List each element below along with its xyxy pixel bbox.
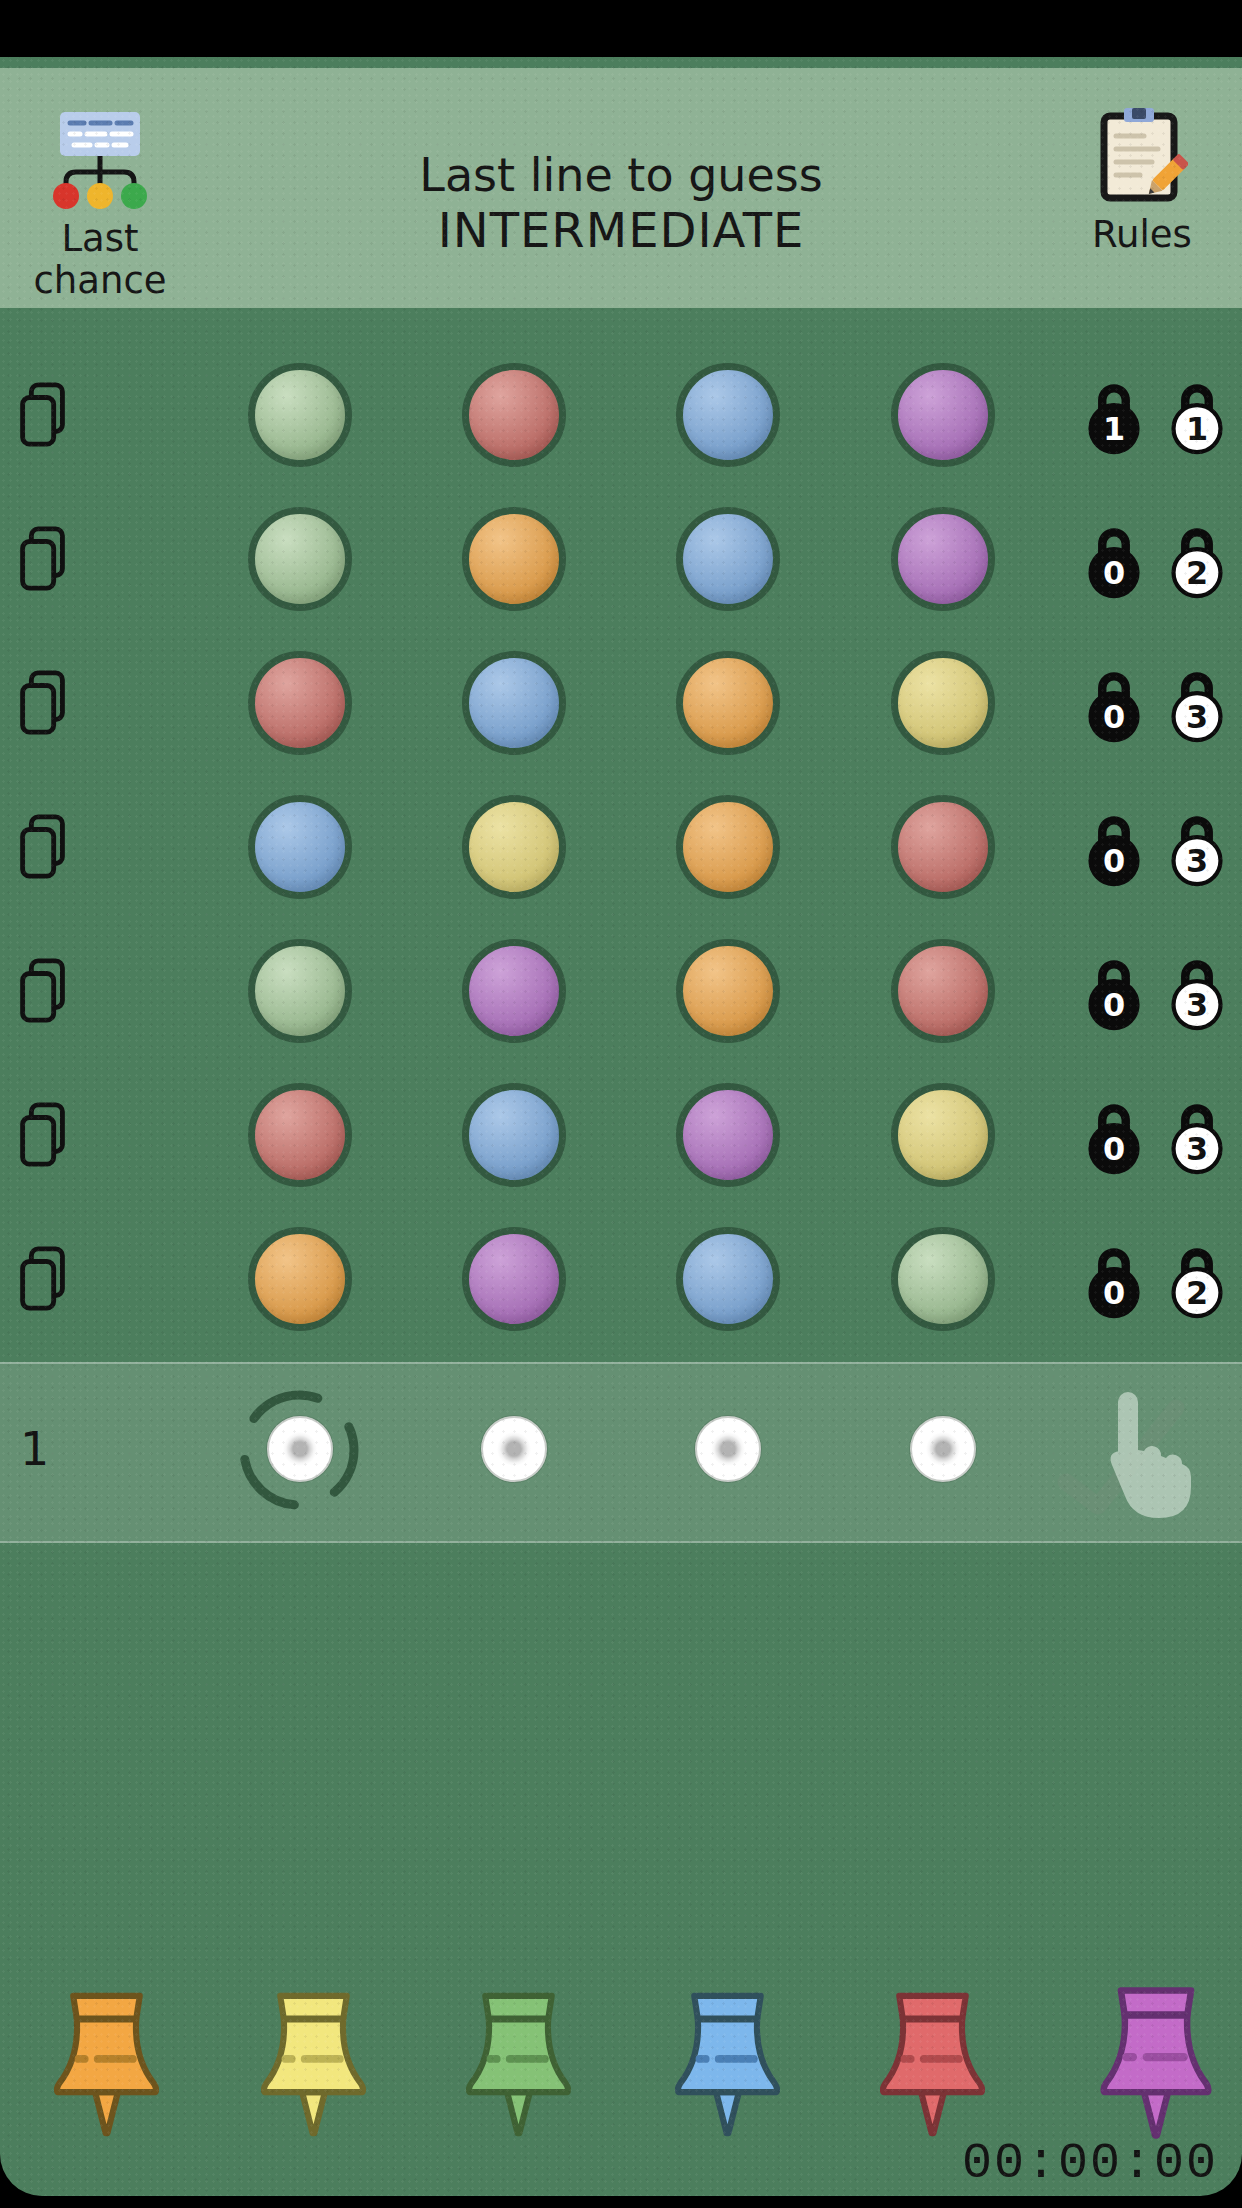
copy-row-button[interactable] [17, 382, 69, 448]
code-peg-yellow [891, 651, 995, 755]
copy-row-button[interactable] [17, 526, 69, 592]
guess-history-board: 1 1 0 2 0 3 [0, 343, 1242, 1351]
exact-count-lock: 0 [1088, 521, 1140, 599]
code-peg-yellow [891, 1083, 995, 1187]
code-peg-green [248, 939, 352, 1043]
code-peg-red [248, 1083, 352, 1187]
palette-pin-yellow[interactable] [261, 1990, 366, 2144]
code-peg-purple [462, 1227, 566, 1331]
title-line1: Last line to guess [200, 148, 1042, 202]
rules-label: Rules [1042, 214, 1242, 256]
palette-pin-green[interactable] [466, 1990, 571, 2144]
svg-text:3: 3 [1186, 986, 1208, 1024]
header: Last chance Last line to guess INTERMEDI… [0, 68, 1242, 308]
last-chance-button[interactable]: Last chance [0, 68, 200, 302]
copy-row-button[interactable] [17, 1246, 69, 1312]
guess-row-7: 0 2 [0, 1207, 1242, 1351]
title-line2: INTERMEDIATE [200, 202, 1042, 258]
code-peg-orange [462, 507, 566, 611]
svg-text:0: 0 [1103, 1274, 1125, 1312]
svg-text:0: 0 [1103, 698, 1125, 736]
game-timer: 00:00:00 [962, 2135, 1218, 2192]
exact-count-lock: 0 [1088, 665, 1140, 743]
exact-count-lock: 0 [1088, 1097, 1140, 1175]
code-peg-blue [676, 507, 780, 611]
svg-text:3: 3 [1186, 842, 1208, 880]
last-chance-tree-icon [50, 106, 150, 210]
svg-text:0: 0 [1103, 842, 1125, 880]
palette-pin-blue[interactable] [675, 1990, 780, 2144]
misplaced-count-lock: 3 [1171, 809, 1223, 887]
svg-text:0: 0 [1103, 554, 1125, 592]
guess-row-1: 1 1 [0, 343, 1242, 487]
code-peg-yellow [462, 795, 566, 899]
copy-row-button[interactable] [17, 814, 69, 880]
code-peg-blue [462, 651, 566, 755]
palette-pin-purple[interactable] [1086, 1985, 1226, 2146]
svg-text:1: 1 [1186, 410, 1208, 448]
game-board-sheet: Last chance Last line to guess INTERMEDI… [0, 57, 1242, 2196]
exact-count-lock: 0 [1088, 809, 1140, 887]
code-peg-blue [248, 795, 352, 899]
svg-text:2: 2 [1186, 1274, 1208, 1312]
copy-row-button[interactable] [17, 670, 69, 736]
guess-row-5: 0 3 [0, 919, 1242, 1063]
code-peg-red [891, 939, 995, 1043]
exact-count-lock: 0 [1088, 1241, 1140, 1319]
code-peg-purple [462, 939, 566, 1043]
rules-button[interactable]: Rules [1042, 68, 1242, 256]
guess-slot-3[interactable] [695, 1416, 761, 1482]
last-chance-label-line1: Last [0, 218, 200, 260]
status-bar [0, 0, 1242, 57]
misplaced-count-lock: 3 [1171, 953, 1223, 1031]
code-peg-blue [462, 1083, 566, 1187]
misplaced-count-lock: 2 [1171, 1241, 1223, 1319]
guess-row-3: 0 3 [0, 631, 1242, 775]
misplaced-count-lock: 3 [1171, 665, 1223, 743]
current-guess-row: 1 [0, 1362, 1242, 1543]
page-title: Last line to guess INTERMEDIATE [200, 68, 1042, 258]
code-peg-blue [676, 1227, 780, 1331]
code-peg-purple [891, 507, 995, 611]
copy-row-button[interactable] [17, 1102, 69, 1168]
last-chance-label-line2: chance [0, 260, 200, 302]
current-row-number: 1 [20, 1422, 49, 1476]
code-peg-orange [676, 795, 780, 899]
palette-pin-orange[interactable] [54, 1990, 159, 2144]
code-peg-green [248, 363, 352, 467]
guess-slot-1[interactable] [267, 1416, 333, 1482]
copy-row-button[interactable] [17, 958, 69, 1024]
svg-text:3: 3 [1186, 1130, 1208, 1168]
code-peg-green [891, 1227, 995, 1331]
code-peg-orange [676, 651, 780, 755]
misplaced-count-lock: 1 [1171, 377, 1223, 455]
misplaced-count-lock: 2 [1171, 521, 1223, 599]
svg-text:1: 1 [1103, 410, 1125, 448]
code-peg-red [891, 795, 995, 899]
code-peg-red [462, 363, 566, 467]
guess-slot-4[interactable] [910, 1416, 976, 1482]
guess-slot-2[interactable] [481, 1416, 547, 1482]
code-peg-red [248, 651, 352, 755]
guess-row-4: 0 3 [0, 775, 1242, 919]
svg-text:0: 0 [1103, 1130, 1125, 1168]
rules-clipboard-icon [1096, 106, 1188, 206]
code-peg-orange [248, 1227, 352, 1331]
guess-row-2: 0 2 [0, 487, 1242, 631]
code-peg-purple [676, 1083, 780, 1187]
code-peg-green [248, 507, 352, 611]
svg-text:3: 3 [1186, 698, 1208, 736]
guess-row-6: 0 3 [0, 1063, 1242, 1207]
svg-text:2: 2 [1186, 554, 1208, 592]
exact-count-lock: 1 [1088, 377, 1140, 455]
misplaced-count-lock: 3 [1171, 1097, 1223, 1175]
validate-button-ghost[interactable] [1052, 1378, 1208, 1534]
svg-text:0: 0 [1103, 986, 1125, 1024]
code-peg-orange [676, 939, 780, 1043]
code-peg-purple [891, 363, 995, 467]
exact-count-lock: 0 [1088, 953, 1140, 1031]
palette-pin-red[interactable] [880, 1990, 985, 2144]
code-peg-blue [676, 363, 780, 467]
